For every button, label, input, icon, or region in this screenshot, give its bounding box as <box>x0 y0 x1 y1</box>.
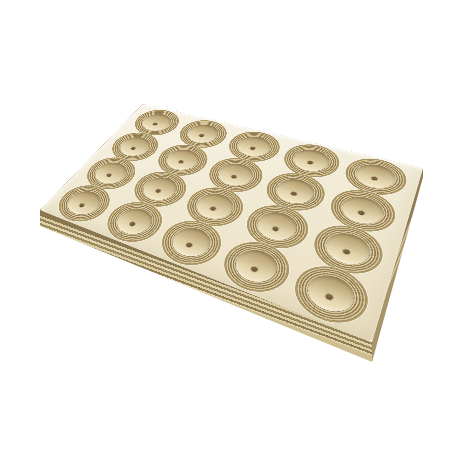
board-photo <box>0 0 450 450</box>
drill-hole <box>272 226 279 232</box>
drill-hole <box>130 147 136 151</box>
drill-hole <box>250 146 256 150</box>
drill-hole <box>198 134 204 137</box>
drill-hole <box>155 189 162 193</box>
drill-hole <box>106 173 112 177</box>
drill-hole <box>209 206 216 211</box>
drill-hole <box>307 161 314 165</box>
drill-hole <box>371 176 378 181</box>
drill-hole <box>231 175 238 179</box>
drill-hole <box>79 203 86 208</box>
drill-hole <box>129 221 136 226</box>
drill-hole <box>178 160 184 164</box>
drill-hole <box>290 191 297 196</box>
drill-hole <box>358 210 365 215</box>
drill-hole <box>152 123 158 126</box>
drill-hole <box>325 293 334 300</box>
drill-hole <box>342 249 350 255</box>
drill-hole <box>250 266 258 272</box>
drill-hole <box>185 242 193 248</box>
